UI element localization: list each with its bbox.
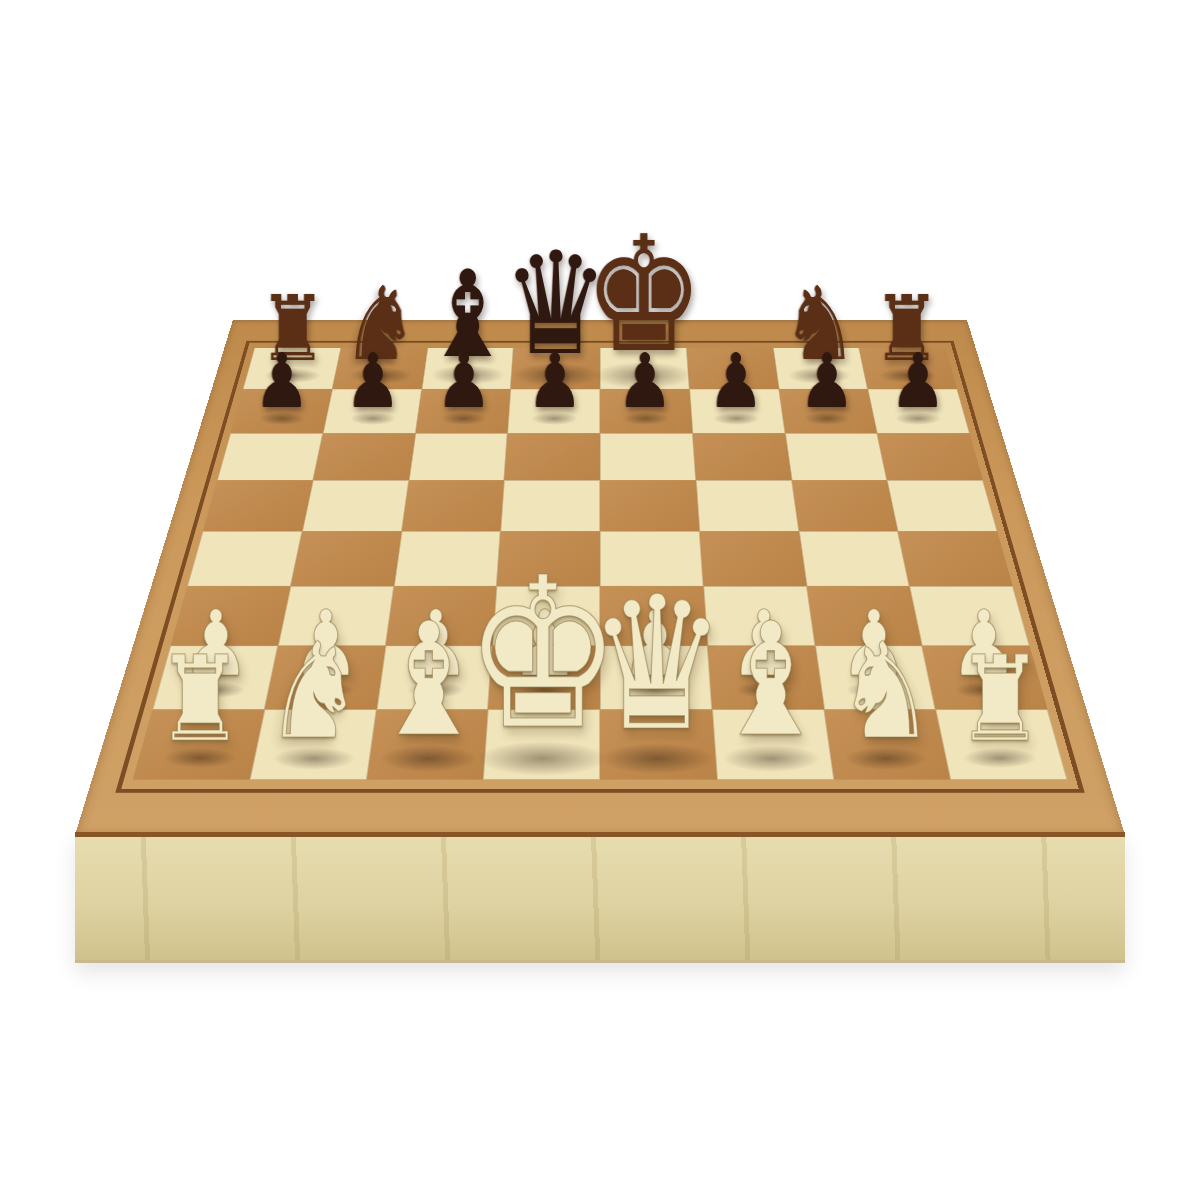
square-a5 [203,480,313,531]
square-e7 [600,389,692,433]
square-h4 [898,531,1013,586]
square-h3 [910,586,1030,645]
square-a6 [217,433,323,480]
product-photo-scene: ♜♞♝♛♚♞♜♟♟♟♟♟♟♟♟♟♟♟♟♟♟♟♟♜♞♝♚♛♝♞♜ [0,0,1200,1200]
chess-board-top [75,320,1125,835]
square-g5 [791,480,898,531]
square-a3 [171,586,291,645]
square-b4 [290,531,401,586]
square-c3 [385,586,497,645]
square-e1 [600,710,717,780]
square-h1 [936,710,1068,780]
square-b6 [313,433,415,480]
square-b1 [249,710,376,780]
square-d4 [497,531,600,586]
square-c2 [376,645,492,709]
square-g8 [773,348,868,389]
square-e3 [600,586,707,645]
square-h2 [922,645,1048,709]
square-d7 [508,389,600,433]
square-f6 [692,433,791,480]
square-a1 [133,710,265,780]
square-c1 [366,710,488,780]
square-f1 [712,710,834,780]
square-d3 [493,586,600,645]
board-squares [133,348,1068,780]
square-b7 [323,389,422,433]
square-d8 [511,348,600,389]
square-f5 [696,480,799,531]
square-a2 [152,645,278,709]
square-f8 [686,348,778,389]
square-d6 [504,433,600,480]
square-d5 [501,480,600,531]
square-h5 [887,480,997,531]
square-e4 [600,531,703,586]
square-g4 [799,531,910,586]
square-b3 [278,586,394,645]
square-e8 [600,348,689,389]
square-e6 [600,433,696,480]
square-c8 [421,348,513,389]
square-d1 [483,710,600,780]
square-f2 [707,645,823,709]
square-h8 [859,348,957,389]
square-e2 [600,645,712,709]
square-h6 [877,433,983,480]
square-g3 [806,586,922,645]
square-f7 [689,389,785,433]
square-h7 [868,389,970,433]
square-e5 [600,480,699,531]
square-f4 [699,531,806,586]
square-d2 [488,645,600,709]
square-b8 [332,348,427,389]
square-c6 [409,433,508,480]
square-f3 [703,586,815,645]
square-g7 [779,389,878,433]
square-c7 [415,389,511,433]
square-c5 [401,480,504,531]
square-b5 [302,480,409,531]
wooden-box-front [75,832,1125,963]
square-a7 [230,389,332,433]
square-b2 [264,645,385,709]
square-a4 [187,531,302,586]
square-c4 [394,531,501,586]
square-g6 [785,433,887,480]
square-g2 [815,645,936,709]
square-a8 [243,348,341,389]
square-g1 [824,710,951,780]
